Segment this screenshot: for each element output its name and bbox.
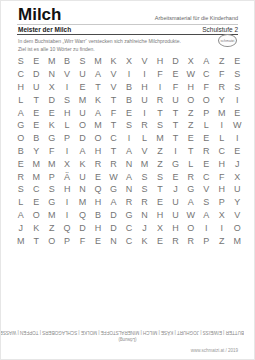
letter-cell: O [90, 132, 105, 145]
divider-top [17, 24, 238, 25]
letter-cell: A [121, 170, 136, 183]
letter-cell: R [183, 234, 198, 247]
letter-cell: G [44, 196, 59, 209]
letter-cell: E [152, 196, 167, 209]
letter-cell: C [121, 221, 136, 234]
letter-cell: O [75, 119, 90, 132]
letter-cell: T [28, 93, 43, 106]
letter-cell: G [168, 157, 183, 170]
letter-cell: T [90, 81, 105, 94]
schmatzi-seal-logo: schmatzi [218, 34, 237, 47]
letter-cell: M [44, 209, 59, 222]
letter-cell: S [152, 170, 167, 183]
letter-cell: X [214, 209, 229, 222]
letter-cell: M [28, 170, 43, 183]
letter-cell: E [90, 170, 105, 183]
letter-cell: I [59, 145, 74, 158]
letter-cell: O [199, 93, 214, 106]
grade-level: Schulstufe 2 [202, 26, 238, 33]
letter-cell: B [13, 145, 28, 158]
letter-cell: Z [44, 221, 59, 234]
letter-cell: B [121, 93, 136, 106]
letter-cell: R [183, 170, 198, 183]
letter-cell: V [137, 145, 152, 158]
letter-cell: T [168, 119, 183, 132]
letter-cell: T [168, 132, 183, 145]
letter-cell: H [90, 145, 105, 158]
letter-cell: M [44, 55, 59, 68]
letter-cell: L [13, 196, 28, 209]
letter-cell: L [13, 93, 28, 106]
letter-cell: H [59, 106, 74, 119]
letter-cell: D [106, 221, 121, 234]
letter-cell: M [44, 157, 59, 170]
instruction-line-2: Ziel ist es alle 10 Wörter zu finden. [18, 46, 181, 54]
letter-cell: K [90, 93, 105, 106]
letter-cell: A [13, 106, 28, 119]
letter-cell: Z [214, 55, 229, 68]
letter-cell: S [13, 183, 28, 196]
letter-cell: L [214, 132, 229, 145]
letter-cell: X [183, 55, 198, 68]
letter-cell: B [90, 209, 105, 222]
letter-cell: Z [152, 157, 167, 170]
letter-cell: F [152, 68, 167, 81]
letter-cell: C [214, 145, 229, 158]
letter-cell: I [59, 81, 74, 94]
letter-cell: B [59, 55, 74, 68]
letter-cell: N [121, 183, 136, 196]
letter-cell: A [75, 145, 90, 158]
letter-cell: W [230, 119, 245, 132]
solution-note: (Lösung) [1, 337, 254, 342]
instructions: In dem Buchstaben „Wirr Warr“ verstecken… [18, 38, 181, 54]
letter-cell: D [106, 209, 121, 222]
letter-cell: T [168, 106, 183, 119]
letter-cell: C [121, 234, 136, 247]
letter-cell: H [183, 81, 198, 94]
letter-cell: Y [214, 93, 229, 106]
letter-cell: U [75, 68, 90, 81]
letter-cell: M [230, 234, 245, 247]
letter-cell: E [44, 106, 59, 119]
letter-cell: S [44, 183, 59, 196]
letter-cell: E [90, 234, 105, 247]
letter-cell: E [183, 132, 198, 145]
logo-text: schmatzi [221, 39, 235, 43]
letter-cell: C [199, 170, 214, 183]
letter-cell: I [199, 221, 214, 234]
letter-cell: E [199, 132, 214, 145]
letter-cell: G [106, 183, 121, 196]
letter-cell: E [152, 234, 167, 247]
letter-cell: V [137, 55, 152, 68]
letter-cell: A [13, 209, 28, 222]
letter-cell: U [137, 93, 152, 106]
letter-cell: Z [183, 106, 198, 119]
letter-cell: C [28, 183, 43, 196]
letter-cell: V [106, 68, 121, 81]
letter-cell: A [183, 196, 198, 209]
letter-cell: H [137, 81, 152, 94]
subheader: Meister der Milch Schulstufe 2 [18, 26, 238, 33]
letter-cell: H [59, 183, 74, 196]
letter-cell: P [214, 196, 229, 209]
letter-cell: T [106, 93, 121, 106]
letter-cell: P [44, 170, 59, 183]
letter-cell: S [13, 55, 28, 68]
letter-cell: Z [183, 119, 198, 132]
letter-cell: P [199, 106, 214, 119]
letter-cell: M [90, 55, 105, 68]
letter-cell: M [75, 93, 90, 106]
worksheet-page: Milch Arbeitsmaterial für die Kinderhand… [0, 0, 255, 360]
letter-cell: U [230, 183, 245, 196]
header: Milch Arbeitsmaterial für die Kinderhand [18, 6, 238, 23]
letter-cell: M [152, 132, 167, 145]
solution-word-list: BUTTER | EIWEISS | JOGHURT | KÄSE | MILC… [11, 330, 244, 335]
letter-cell: Y [230, 196, 245, 209]
letter-cell: A [90, 68, 105, 81]
letter-cell: A [121, 145, 136, 158]
letter-cell: R [106, 157, 121, 170]
letter-cell: E [28, 106, 43, 119]
letter-cell: G [121, 209, 136, 222]
letter-cell: G [13, 119, 28, 132]
source-credit: www.schmatzi.at / 2019 [191, 348, 238, 353]
letter-cell: X [59, 157, 74, 170]
letter-cell: M [28, 157, 43, 170]
letter-cell: E [28, 55, 43, 68]
letter-cell: X [44, 81, 59, 94]
letter-cell: F [214, 68, 229, 81]
letter-cell: J [168, 183, 183, 196]
letter-cell: K [28, 221, 43, 234]
letter-cell: H [152, 209, 167, 222]
letter-cell: M [214, 106, 229, 119]
letter-cell: O [183, 221, 198, 234]
letter-cell: S [121, 119, 136, 132]
letter-cell: R [199, 145, 214, 158]
letter-cell: I [59, 209, 74, 222]
letter-cell: E [28, 119, 43, 132]
letter-cell: E [230, 106, 245, 119]
instruction-line-1: In dem Buchstaben „Wirr Warr“ verstecken… [18, 38, 181, 46]
letter-cell: T [152, 183, 167, 196]
letter-cell: Z [214, 234, 229, 247]
letter-cell: X [152, 221, 167, 234]
letter-cell: Q [59, 221, 74, 234]
letter-cell: T [28, 234, 43, 247]
letter-cell: N [44, 68, 59, 81]
word-search-grid: SEMBSMKXVHDXAZECDNVUAVIIFEWCFSHUXIETVBHI… [13, 55, 245, 247]
letter-cell: E [168, 68, 183, 81]
letter-cell: Ä [59, 170, 74, 183]
letter-cell: A [199, 55, 214, 68]
letter-cell: U [168, 209, 183, 222]
letter-cell: W [106, 170, 121, 183]
letter-cell: U [75, 106, 90, 119]
letter-cell: U [28, 81, 43, 94]
letter-cell: G [44, 132, 59, 145]
letter-cell: F [75, 234, 90, 247]
letter-cell: O [28, 209, 43, 222]
letter-cell: I [214, 119, 229, 132]
letter-cell: F [106, 106, 121, 119]
letter-cell: C [13, 68, 28, 81]
divider-bottom [17, 34, 238, 35]
letter-cell: V [199, 183, 214, 196]
letter-cell: T [106, 119, 121, 132]
letter-cell: D [28, 68, 43, 81]
letter-cell: R [168, 234, 183, 247]
letter-cell: R [13, 170, 28, 183]
letter-cell: S [199, 196, 214, 209]
letter-cell: K [75, 157, 90, 170]
letter-cell: N [137, 209, 152, 222]
letter-cell: U [168, 196, 183, 209]
letter-cell: R [137, 196, 152, 209]
letter-cell: T [183, 145, 198, 158]
letter-cell: T [106, 145, 121, 158]
letter-cell: I [152, 81, 167, 94]
letter-cell: I [59, 196, 74, 209]
letter-cell: T [152, 106, 167, 119]
letter-cell: I [230, 132, 245, 145]
letter-cell: U [168, 93, 183, 106]
letter-cell: X [230, 170, 245, 183]
letter-cell: Q [75, 209, 90, 222]
letter-cell: F [168, 81, 183, 94]
letter-cell: R [152, 93, 167, 106]
letter-cell: M [137, 157, 152, 170]
letter-cell: P [199, 234, 214, 247]
letter-cell: S [75, 55, 90, 68]
letter-cell: H [90, 196, 105, 209]
letter-cell: H [168, 221, 183, 234]
letter-cell: R [214, 81, 229, 94]
letter-cell: D [168, 55, 183, 68]
letter-cell: R [137, 119, 152, 132]
letter-cell: X [121, 55, 136, 68]
letter-cell: O [13, 132, 28, 145]
letter-cell: L [59, 119, 74, 132]
letter-cell: I [214, 221, 229, 234]
letter-cell: D [75, 132, 90, 145]
letter-cell: E [13, 157, 28, 170]
letter-cell: C [199, 68, 214, 81]
letter-cell: W [183, 68, 198, 81]
letter-cell: F [199, 81, 214, 94]
letter-cell: R [121, 196, 136, 209]
letter-cell: N [75, 183, 90, 196]
letter-cell: D [44, 93, 59, 106]
tagline: Arbeitsmaterial für die Kinderhand [155, 15, 238, 21]
letter-cell: P [59, 234, 74, 247]
letter-cell: V [59, 68, 74, 81]
letter-cell: E [199, 157, 214, 170]
letter-cell: G [183, 183, 198, 196]
letter-cell: S [230, 81, 245, 94]
letter-cell: J [230, 157, 245, 170]
worksheet-subtitle: Meister der Milch [18, 26, 71, 33]
letter-cell: E [28, 196, 43, 209]
letter-cell: H [152, 55, 167, 68]
letter-cell: M [90, 119, 105, 132]
letter-cell: N [106, 234, 121, 247]
letter-cell: S [59, 93, 74, 106]
letter-cell: I [137, 68, 152, 81]
letter-cell: O [183, 93, 198, 106]
letter-cell: W [183, 209, 198, 222]
letter-cell: H [214, 183, 229, 196]
letter-cell: B [121, 81, 136, 94]
letter-cell: H [13, 81, 28, 94]
letter-cell: J [13, 221, 28, 234]
letter-cell: M [13, 234, 28, 247]
letter-cell: E [230, 55, 245, 68]
letter-cell: M [75, 196, 90, 209]
letter-cell: S [137, 170, 152, 183]
letter-cell: I [121, 68, 136, 81]
letter-cell: V [230, 209, 245, 222]
letter-cell: K [44, 119, 59, 132]
letter-cell: I [137, 106, 152, 119]
letter-cell: D [75, 221, 90, 234]
letter-cell: H [90, 221, 105, 234]
letter-cell: S [152, 119, 167, 132]
letter-cell: N [121, 157, 136, 170]
letter-cell: C [106, 132, 121, 145]
letter-cell: K [106, 55, 121, 68]
letter-cell: O [230, 221, 245, 234]
letter-cell: J [137, 221, 152, 234]
letter-cell: L [137, 132, 152, 145]
letter-cell: U [75, 170, 90, 183]
letter-cell: I [168, 145, 183, 158]
letter-cell: S [137, 183, 152, 196]
letter-cell: L [199, 119, 214, 132]
letter-cell: E [230, 145, 245, 158]
letter-cell: O [44, 234, 59, 247]
letter-cell: A [90, 106, 105, 119]
letter-cell: E [121, 106, 136, 119]
letter-cell: Z [152, 145, 167, 158]
letter-cell: K [137, 234, 152, 247]
letter-cell: H [214, 157, 229, 170]
letter-cell: R [90, 157, 105, 170]
letter-cell: Y [28, 145, 43, 158]
letter-cell: I [121, 132, 136, 145]
letter-cell: L [183, 157, 198, 170]
page-title: Milch [18, 6, 61, 23]
letter-cell: I [230, 93, 245, 106]
letter-cell: Q [90, 183, 105, 196]
letter-cell: P [59, 132, 74, 145]
letter-cell: V [106, 81, 121, 94]
letter-cell: E [168, 170, 183, 183]
letter-cell: A [199, 209, 214, 222]
letter-cell: S [230, 68, 245, 81]
letter-cell: F [214, 170, 229, 183]
letter-cell: F [44, 145, 59, 158]
letter-cell: E [75, 81, 90, 94]
letter-cell: B [28, 132, 43, 145]
letter-cell: A [106, 196, 121, 209]
